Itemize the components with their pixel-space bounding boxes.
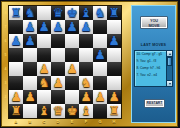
square-d4[interactable] — [51, 62, 65, 76]
move-list[interactable]: 10. Comp: g7 - g59. You: g1 - f38. Comp:… — [134, 50, 173, 87]
square-a4[interactable] — [9, 62, 23, 76]
rank-label-3: 3 — [2, 76, 9, 90]
square-c1[interactable]: ♝ — [37, 104, 51, 118]
piece-blue-bishop: ♝ — [79, 6, 93, 20]
square-g7[interactable] — [93, 20, 107, 34]
square-e5[interactable] — [65, 48, 79, 62]
square-h6[interactable]: ♟ — [107, 34, 121, 48]
piece-blue-king: ♚ — [65, 6, 79, 20]
rank-label-7: 7 — [2, 20, 9, 34]
square-d5[interactable] — [51, 48, 65, 62]
square-e2[interactable] — [65, 90, 79, 104]
turn-indicator: YOU MOVE — [140, 16, 168, 29]
square-a3[interactable] — [9, 76, 23, 90]
piece-gold-pawn: ♟ — [65, 62, 79, 76]
square-h2[interactable]: ♟ — [107, 90, 121, 104]
square-e1[interactable]: ♚ — [65, 104, 79, 118]
square-f2[interactable]: ♟ — [79, 90, 93, 104]
piece-gold-bishop: ♝ — [37, 104, 51, 118]
square-e6[interactable] — [65, 34, 79, 48]
square-a7[interactable] — [9, 20, 23, 34]
piece-blue-pawn: ♟ — [23, 34, 37, 48]
piece-gold-pawn: ♟ — [37, 62, 51, 76]
piece-blue-rook: ♜ — [9, 6, 23, 20]
piece-blue-pawn: ♟ — [93, 48, 107, 62]
piece-gold-pawn: ♟ — [107, 90, 121, 104]
rank-label-2: 2 — [2, 90, 9, 104]
piece-blue-pawn: ♟ — [37, 20, 51, 34]
file-label-f: F — [79, 119, 93, 124]
square-d3[interactable]: ♟ — [51, 76, 65, 90]
square-c3[interactable]: ♞ — [37, 76, 51, 90]
square-h1[interactable]: ♜ — [107, 104, 121, 118]
square-f3[interactable]: ♞ — [79, 76, 93, 90]
square-a5[interactable] — [9, 48, 23, 62]
piece-gold-rook: ♜ — [107, 104, 121, 118]
square-d6[interactable] — [51, 34, 65, 48]
file-label-e: E — [65, 119, 79, 124]
square-g1[interactable] — [93, 104, 107, 118]
square-d1[interactable]: ♛ — [51, 104, 65, 118]
piece-blue-pawn: ♟ — [23, 20, 37, 34]
square-a6[interactable]: ♟ — [9, 34, 23, 48]
piece-gold-pawn: ♟ — [23, 90, 37, 104]
chess-board: ♜♞♛♚♝♞♜♟♟♟♟♟♟♟♟♟♟♟♞♟♞♟♟♟♟♟♜♝♛♚♝♜ — [9, 6, 121, 118]
square-b2[interactable]: ♟ — [23, 90, 37, 104]
scrollbar-thumb[interactable] — [167, 57, 172, 66]
piece-gold-king: ♚ — [65, 104, 79, 118]
square-a1[interactable]: ♜ — [9, 104, 23, 118]
square-h4[interactable] — [107, 62, 121, 76]
square-c7[interactable]: ♟ — [37, 20, 51, 34]
square-f5[interactable] — [79, 48, 93, 62]
file-label-c: C — [37, 119, 51, 124]
square-g5[interactable]: ♟ — [93, 48, 107, 62]
piece-blue-pawn: ♟ — [65, 20, 79, 34]
square-h8[interactable]: ♜ — [107, 6, 121, 20]
piece-gold-pawn: ♟ — [79, 90, 93, 104]
move-list-scrollbar[interactable] — [166, 51, 172, 86]
square-a8[interactable]: ♜ — [9, 6, 23, 20]
last-moves-label: LAST MOVES — [132, 43, 175, 47]
piece-gold-bishop: ♝ — [79, 104, 93, 118]
piece-gold-knight: ♞ — [37, 76, 51, 90]
rank-label-6: 6 — [2, 34, 9, 48]
piece-blue-knight: ♞ — [93, 6, 107, 20]
square-e3[interactable] — [65, 76, 79, 90]
restart-button[interactable]: RESTART — [144, 99, 165, 108]
square-d8[interactable]: ♛ — [51, 6, 65, 20]
square-b6[interactable]: ♟ — [23, 34, 37, 48]
square-b3[interactable] — [23, 76, 37, 90]
square-h3[interactable] — [107, 76, 121, 90]
rank-label-1: 1 — [2, 104, 9, 118]
square-g6[interactable] — [93, 34, 107, 48]
square-c8[interactable] — [37, 6, 51, 20]
piece-blue-pawn: ♟ — [9, 34, 23, 48]
piece-blue-rook: ♜ — [107, 6, 121, 20]
square-b4[interactable] — [23, 62, 37, 76]
turn-indicator-line2: MOVE — [141, 24, 167, 29]
sidebar-panel: YOU MOVE LAST MOVES 10. Comp: g7 - g59. … — [131, 5, 176, 123]
piece-blue-knight: ♞ — [23, 6, 37, 20]
piece-gold-rook: ♜ — [9, 104, 23, 118]
square-c6[interactable] — [37, 34, 51, 48]
file-label-a: A — [9, 119, 23, 124]
square-f7[interactable]: ♟ — [79, 20, 93, 34]
square-b7[interactable]: ♟ — [23, 20, 37, 34]
file-label-g: G — [93, 119, 107, 124]
piece-blue-pawn: ♟ — [51, 20, 65, 34]
file-label-d: D — [51, 119, 65, 124]
square-f6[interactable] — [79, 34, 93, 48]
square-b1[interactable] — [23, 104, 37, 118]
piece-gold-knight: ♞ — [79, 76, 93, 90]
rank-label-8: 8 — [2, 6, 9, 20]
square-f1[interactable]: ♝ — [79, 104, 93, 118]
square-c2[interactable] — [37, 90, 51, 104]
rank-label-5: 5 — [2, 48, 9, 62]
square-f8[interactable]: ♝ — [79, 6, 93, 20]
file-label-b: B — [23, 119, 37, 124]
square-c4[interactable]: ♟ — [37, 62, 51, 76]
chess-app-window: ♜♞♛♚♝♞♜♟♟♟♟♟♟♟♟♟♟♟♞♟♞♟♟♟♟♟♜♝♛♚♝♜ ABCDEFG… — [0, 0, 180, 128]
up-arrow-icon — [169, 53, 171, 55]
square-h5[interactable] — [107, 48, 121, 62]
piece-gold-pawn: ♟ — [9, 90, 23, 104]
square-d7[interactable]: ♟ — [51, 20, 65, 34]
square-c5[interactable] — [37, 48, 51, 62]
square-g4[interactable] — [93, 62, 107, 76]
square-e8[interactable]: ♚ — [65, 6, 79, 20]
down-arrow-icon — [169, 83, 171, 85]
file-label-h: H — [107, 119, 121, 124]
square-d2[interactable] — [51, 90, 65, 104]
square-f4[interactable] — [79, 62, 93, 76]
piece-gold-queen: ♛ — [51, 104, 65, 118]
square-g2[interactable]: ♟ — [93, 90, 107, 104]
square-g3[interactable] — [93, 76, 107, 90]
square-e7[interactable]: ♟ — [65, 20, 79, 34]
square-g8[interactable]: ♞ — [93, 6, 107, 20]
piece-blue-queen: ♛ — [51, 6, 65, 20]
piece-blue-pawn: ♟ — [79, 20, 93, 34]
piece-gold-pawn: ♟ — [51, 76, 65, 90]
rank-label-4: 4 — [2, 62, 9, 76]
square-b5[interactable] — [23, 48, 37, 62]
square-h7[interactable] — [107, 20, 121, 34]
piece-blue-pawn: ♟ — [107, 34, 121, 48]
square-e4[interactable]: ♟ — [65, 62, 79, 76]
piece-gold-pawn: ♟ — [93, 90, 107, 104]
square-b8[interactable]: ♞ — [23, 6, 37, 20]
square-a2[interactable]: ♟ — [9, 90, 23, 104]
scrollbar-down-button[interactable] — [167, 80, 172, 86]
